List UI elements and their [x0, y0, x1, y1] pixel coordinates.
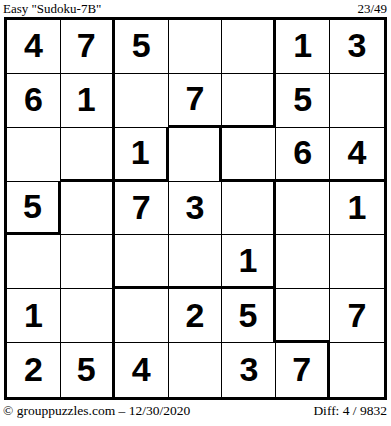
cell-r5c7-empty[interactable] [330, 235, 384, 289]
cell-r4c5-empty[interactable] [222, 182, 276, 236]
cell-r3c2-empty[interactable] [61, 128, 115, 182]
cell-r1c6-given: 1 [276, 20, 330, 74]
cell-r4c1-given: 5 [7, 182, 61, 236]
cell-r6c5-given: 5 [222, 289, 276, 343]
cell-r6c4-given: 2 [169, 289, 223, 343]
cell-r7c3-given: 4 [115, 343, 169, 397]
cell-r7c7-empty[interactable] [330, 343, 384, 397]
cell-r2c5-empty[interactable] [222, 74, 276, 128]
cell-r6c6-empty[interactable] [276, 289, 330, 343]
copyright-text: © grouppuzzles.com – 12/30/2020 [3, 403, 190, 419]
cell-r6c1-given: 1 [7, 289, 61, 343]
cell-r5c3-empty[interactable] [115, 235, 169, 289]
cell-r7c6-given: 7 [276, 343, 330, 397]
cell-r4c6-empty[interactable] [276, 182, 330, 236]
cell-r3c6-given: 6 [276, 128, 330, 182]
cell-r7c2-given: 5 [61, 343, 115, 397]
cell-r7c1-given: 2 [7, 343, 61, 397]
puzzle-title: Easy "Sudoku-7B" [3, 1, 101, 17]
footer: © grouppuzzles.com – 12/30/2020 Diff: 4 … [3, 403, 387, 419]
sudoku-board: 47513617516457311125725437 [4, 17, 387, 400]
cell-r1c5-empty[interactable] [222, 20, 276, 74]
blank-counter: 23/49 [357, 1, 387, 17]
cell-r2c3-empty[interactable] [115, 74, 169, 128]
cell-r5c6-empty[interactable] [276, 235, 330, 289]
cell-r2c6-given: 5 [276, 74, 330, 128]
cell-r2c2-given: 1 [61, 74, 115, 128]
cell-r2c7-empty[interactable] [330, 74, 384, 128]
cell-r1c1-given: 4 [7, 20, 61, 74]
cell-r3c5-empty[interactable] [222, 128, 276, 182]
cell-r1c2-given: 7 [61, 20, 115, 74]
cell-r3c1-empty[interactable] [7, 128, 61, 182]
cell-r2c1-given: 6 [7, 74, 61, 128]
cell-r3c3-given: 1 [115, 128, 169, 182]
cell-r4c4-given: 3 [169, 182, 223, 236]
cell-r4c2-empty[interactable] [61, 182, 115, 236]
cell-r2c4-given: 7 [169, 74, 223, 128]
header: Easy "Sudoku-7B" 23/49 [3, 1, 387, 17]
cell-r4c3-given: 7 [115, 182, 169, 236]
cell-r5c2-empty[interactable] [61, 235, 115, 289]
cell-r3c7-given: 4 [330, 128, 384, 182]
cell-r6c7-given: 7 [330, 289, 384, 343]
cell-r1c3-given: 5 [115, 20, 169, 74]
cell-r5c5-given: 1 [222, 235, 276, 289]
cell-r4c7-given: 1 [330, 182, 384, 236]
cell-r1c7-given: 3 [330, 20, 384, 74]
cell-r6c2-empty[interactable] [61, 289, 115, 343]
cell-r3c4-empty[interactable] [169, 128, 223, 182]
cell-r7c4-empty[interactable] [169, 343, 223, 397]
cell-r6c3-empty[interactable] [115, 289, 169, 343]
cell-r7c5-given: 3 [222, 343, 276, 397]
cell-r5c4-empty[interactable] [169, 235, 223, 289]
cell-r1c4-empty[interactable] [169, 20, 223, 74]
cell-r5c1-empty[interactable] [7, 235, 61, 289]
difficulty-text: Diff: 4 / 9832 [313, 403, 387, 419]
